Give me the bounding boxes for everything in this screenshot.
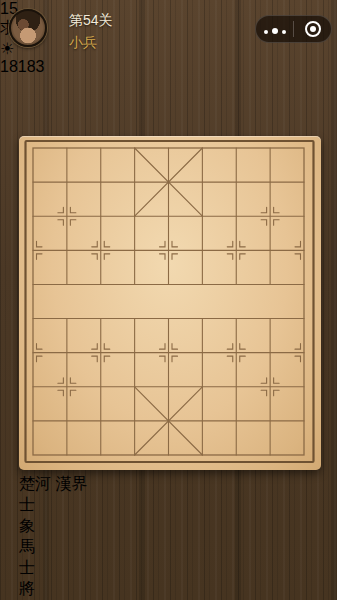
piece-black-general[interactable]: 將: [19, 579, 321, 600]
more-options-button[interactable]: [256, 16, 293, 42]
piece-black-elephant[interactable]: 象: [19, 516, 321, 537]
18183-watermark: ☀ 18183: [0, 39, 337, 76]
board-grid-lines: [19, 136, 321, 470]
exit-button[interactable]: [294, 16, 331, 42]
xiangqi-board[interactable]: 楚河 漢界 士象馬士將兵炮車卒帥: [19, 136, 321, 470]
pieces-grid: 士象馬士將兵炮車卒帥: [19, 495, 321, 600]
piece-red-horse[interactable]: 馬: [19, 537, 321, 558]
river-label-left: 楚河: [19, 475, 51, 492]
piece-black-advisor[interactable]: 士: [19, 558, 321, 579]
piece-glyph: 將: [19, 580, 35, 597]
miniprogram-capsule: [255, 15, 332, 43]
level-title: 第54关: [69, 12, 113, 30]
piece-glyph: 象: [19, 517, 35, 534]
piece-glyph: 馬: [19, 538, 35, 555]
watermark-text: 18183: [0, 58, 337, 76]
player-avatar[interactable]: [9, 9, 47, 47]
target-circle-icon: [305, 21, 321, 37]
piece-glyph: 士: [19, 496, 35, 513]
river-label-right: 漢界: [55, 475, 87, 492]
player-name: 小兵: [69, 34, 97, 52]
piece-black-advisor[interactable]: 士: [19, 495, 321, 516]
three-dots-icon: [262, 20, 288, 38]
piece-glyph: 士: [19, 559, 35, 576]
